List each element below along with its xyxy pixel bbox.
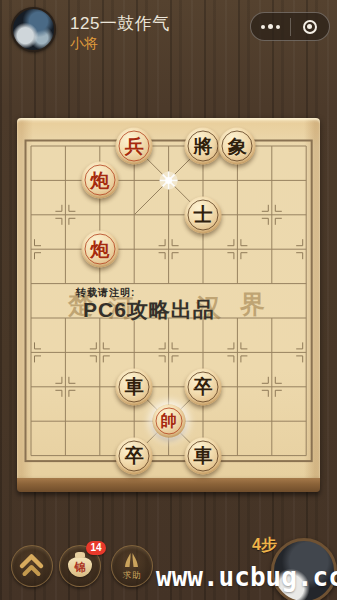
piece-black-將[interactable]: 將: [185, 128, 222, 165]
piece-red-炮[interactable]: 炮: [81, 231, 118, 268]
watermark-brand: PC6攻略出品: [83, 296, 215, 324]
piece-character: 兵: [116, 128, 153, 165]
help-label: 求助: [112, 570, 152, 582]
piece-black-卒[interactable]: 卒: [185, 368, 222, 405]
piece-character: 象: [219, 128, 256, 165]
expand-button[interactable]: [11, 545, 53, 587]
piece-red-炮[interactable]: 炮: [81, 162, 118, 199]
piece-character: 卒: [185, 368, 222, 405]
piece-black-車[interactable]: 車: [185, 437, 222, 474]
steps-counter: 4步: [252, 535, 277, 556]
piece-black-車[interactable]: 車: [116, 368, 153, 405]
hint-count-badge: 14: [86, 541, 106, 555]
money-bag-icon: 锦: [68, 557, 92, 577]
ask-help-button[interactable]: 求助: [111, 545, 153, 587]
piece-black-象[interactable]: 象: [219, 128, 256, 165]
piece-character: 車: [116, 368, 153, 405]
piece-character: 炮: [81, 162, 118, 199]
piece-character: 將: [185, 128, 222, 165]
site-watermark: www.ucbug.cc: [156, 562, 337, 592]
piece-character: 炮: [81, 231, 118, 268]
piece-red-兵[interactable]: 兵: [116, 128, 153, 165]
piece-black-卒[interactable]: 卒: [116, 437, 153, 474]
game-screen: 125一鼓作气 小将 楚 河 汉 界 转载请注明: PC6攻略出品 兵將象炮士炮…: [0, 0, 337, 600]
river-char: 界: [240, 288, 265, 321]
double-chevron-up-icon: [12, 546, 51, 585]
hint-bag-button[interactable]: 锦 14: [59, 545, 101, 587]
piece-character: 帥: [152, 405, 185, 438]
piece-character: 卒: [116, 437, 153, 474]
piece-character: 車: [185, 437, 222, 474]
piece-black-士[interactable]: 士: [185, 196, 222, 233]
piece-character: 士: [185, 196, 222, 233]
piece-red-帥[interactable]: 帥: [152, 405, 185, 438]
